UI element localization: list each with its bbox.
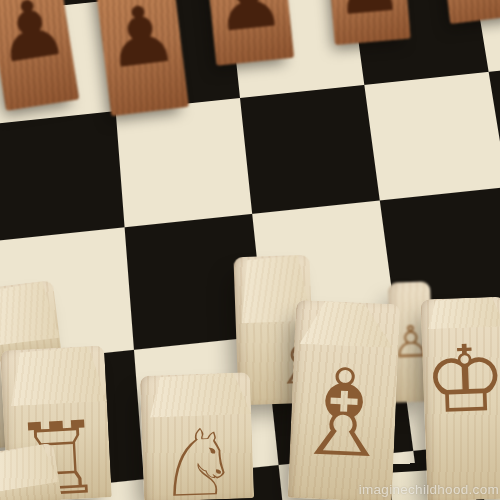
white-knight-block[interactable]: ♘ [140, 372, 254, 500]
block-top [421, 297, 500, 330]
block-top [140, 372, 251, 418]
block-top [294, 300, 400, 348]
white-plain-block-corner[interactable] [0, 443, 62, 500]
block-top [0, 443, 59, 494]
black-pawn-block-3[interactable]: ♟ [204, 0, 294, 66]
block-face: ♟ [325, 0, 410, 45]
pawn-icon: ♟ [331, 0, 406, 27]
square [116, 98, 252, 227]
block-face: ♗ [288, 344, 399, 500]
square [240, 85, 380, 214]
white-bishop-block[interactable]: ♗ [288, 300, 401, 500]
photo-stage: ♟ ♟ ♟ ♟ ♟ ♘ ♗ ♙ [0, 0, 500, 500]
block-face: ♘ [141, 414, 254, 500]
watermark: imaginechildhood.com [359, 482, 499, 497]
block-top [0, 345, 107, 406]
block-top [0, 280, 60, 346]
square [364, 72, 500, 201]
pawn-icon: ♟ [0, 0, 73, 76]
bishop-icon: ♗ [288, 352, 400, 477]
square [0, 111, 125, 241]
king-icon: ♔ [423, 333, 500, 428]
block-face: ♔ [422, 327, 500, 500]
pawn-icon: ♟ [445, 0, 500, 9]
pawn-icon: ♟ [210, 0, 288, 43]
black-pawn-block-4[interactable]: ♟ [325, 0, 410, 45]
knight-icon: ♘ [155, 417, 241, 500]
white-king-block[interactable]: ♔ [421, 297, 500, 500]
pawn-icon: ♟ [101, 0, 182, 81]
block-face: ♟ [204, 0, 294, 66]
